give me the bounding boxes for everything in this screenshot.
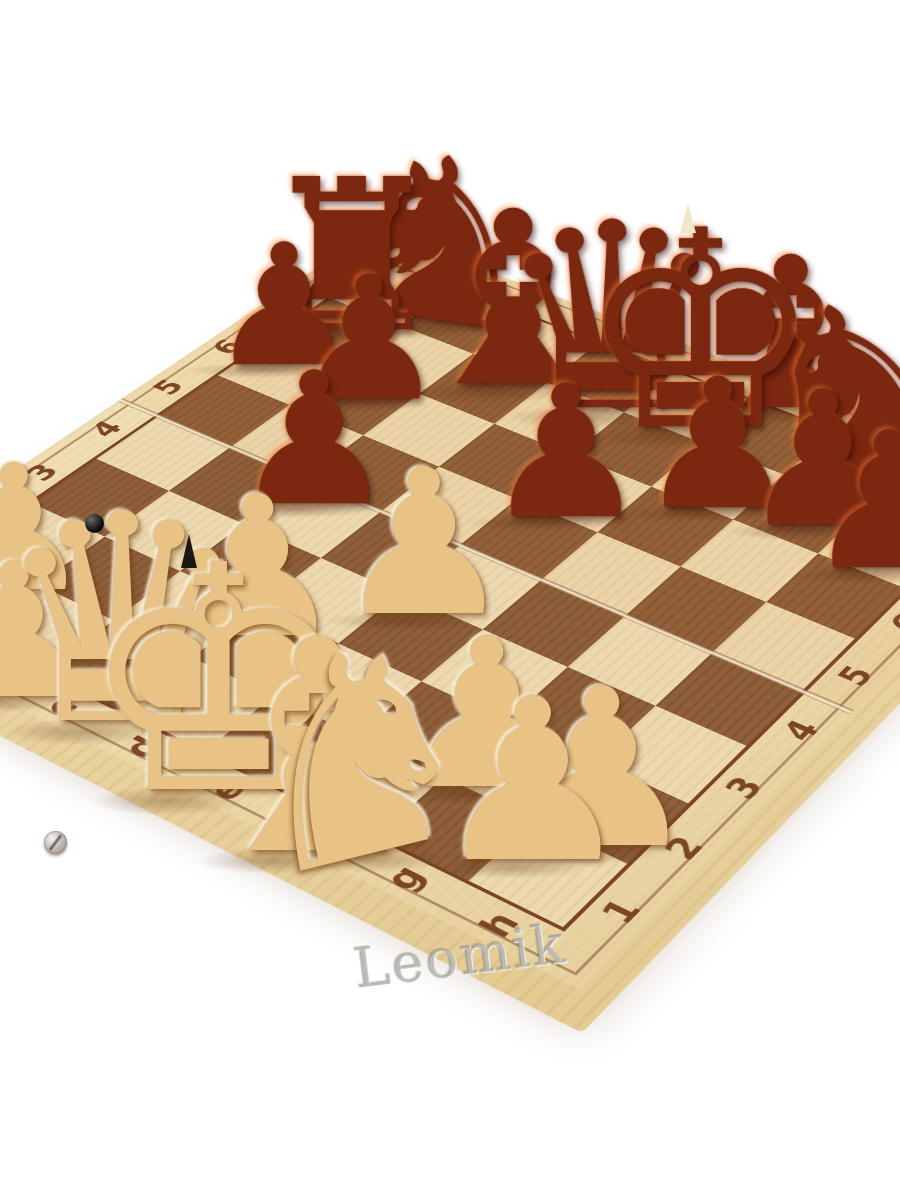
square-h3 [596, 706, 746, 804]
square-e4 [401, 545, 542, 629]
square-e1 [205, 696, 357, 793]
square-g4 [568, 616, 712, 706]
square-h4 [656, 653, 802, 746]
square-d1 [123, 658, 273, 752]
file-label-d: d [114, 730, 171, 764]
rank-label-right-6: 6 [880, 608, 900, 638]
square-h2 [534, 761, 688, 863]
rank-label-right-5: 5 [828, 660, 883, 692]
hinge-screw-icon [44, 831, 67, 854]
square-g5 [625, 567, 766, 653]
file-label-c: c [35, 691, 87, 721]
square-h5 [712, 602, 855, 691]
chess-board: abcdefgh1122334455667788 [0, 229, 900, 990]
square-e3 [338, 593, 482, 681]
square-b2 [38, 537, 180, 621]
chess-set-product-photo: abcdefgh1122334455667788 Leomik ♜♞♝♛♚♝♞♟… [0, 0, 900, 1200]
file-label-f: f [289, 817, 340, 847]
file-label-b: b [0, 651, 10, 683]
square-f2 [357, 681, 507, 777]
square-c1 [44, 620, 192, 710]
square-b1 [0, 584, 114, 672]
file-label-g: g [375, 859, 435, 897]
square-h6 [766, 553, 900, 638]
square-e2 [273, 643, 421, 735]
square-g3 [507, 667, 655, 761]
square-c2 [114, 571, 258, 658]
square-f4 [483, 580, 626, 667]
square-g1 [378, 777, 534, 881]
king-spike-finial [680, 203, 696, 233]
file-label-e: e [199, 772, 256, 807]
rank-label-right-2: 2 [655, 829, 714, 866]
square-a1 [0, 549, 38, 634]
square-f3 [421, 629, 567, 720]
square-g2 [444, 721, 596, 820]
rank-label-right-4: 4 [773, 714, 829, 747]
board-surface: abcdefgh1122334455667788 [0, 229, 900, 990]
square-d3 [258, 558, 401, 643]
square-f1 [290, 736, 444, 836]
rank-label-right-3: 3 [715, 770, 773, 805]
square-d2 [192, 607, 338, 696]
